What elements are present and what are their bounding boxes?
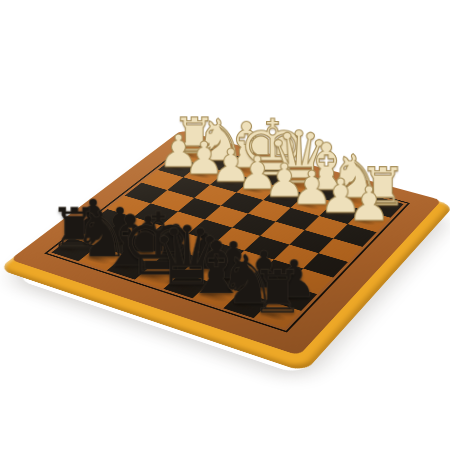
piece-black-rook-a8[interactable]: ♜	[248, 263, 307, 322]
photo-stage: ♜♞♝♚♛♝♞♜♟♟♟♟♟♟♟♟♟♟♟♟♟♟♟♟♜♞♝♚♛♝♞♜	[0, 0, 450, 450]
board-3d: ♜♞♝♚♛♝♞♜♟♟♟♟♟♟♟♟♟♟♟♟♟♟♟♟♜♞♝♚♛♝♞♜	[10, 130, 442, 356]
rook-glyph: ♜	[251, 263, 304, 322]
board-scene: ♜♞♝♚♛♝♞♜♟♟♟♟♟♟♟♟♟♟♟♟♟♟♟♟♜♞♝♚♛♝♞♜	[0, 0, 450, 450]
